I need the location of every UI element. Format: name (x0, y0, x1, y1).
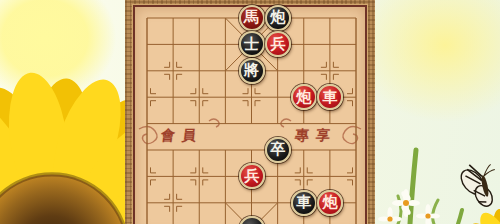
red-cannon[interactable]: 炮 (291, 84, 317, 110)
butterfly (455, 160, 500, 213)
river-watermark-left: 會員 (160, 127, 204, 145)
piece-character: 兵 (270, 36, 285, 51)
piece-character: 將 (244, 63, 259, 78)
unknown-black-piece-partial[interactable] (239, 216, 265, 224)
black-soldier[interactable]: 卒 (265, 137, 291, 163)
red-cannon[interactable]: 炮 (317, 190, 343, 216)
piece-character: 炮 (322, 195, 337, 210)
black-cannon[interactable]: 炮 (265, 5, 291, 31)
xiangqi-board[interactable]: 會員 專享 馬炮士兵將炮車卒兵車炮 (125, 0, 375, 224)
red-horse[interactable]: 馬 (239, 5, 265, 31)
red-chariot[interactable]: 車 (317, 84, 343, 110)
game-screen: 會員 專享 馬炮士兵將炮車卒兵車炮 (0, 0, 500, 224)
river-watermark-right: 專享 (294, 127, 338, 145)
piece-character: 馬 (244, 10, 259, 25)
black-chariot[interactable]: 車 (291, 190, 317, 216)
black-general[interactable]: 將 (239, 58, 265, 84)
red-soldier[interactable]: 兵 (239, 163, 265, 189)
piece-character: 士 (244, 36, 259, 51)
piece-character: 車 (322, 89, 337, 104)
black-advisor[interactable]: 士 (239, 31, 265, 57)
piece-character: 卒 (270, 142, 285, 157)
piece-character: 炮 (296, 89, 311, 104)
pieces-layer: 馬炮士兵將炮車卒兵車炮 (134, 5, 369, 224)
piece-character: 兵 (244, 168, 259, 183)
red-soldier[interactable]: 兵 (265, 31, 291, 57)
piece-character: 炮 (270, 10, 285, 25)
piece-character: 車 (296, 195, 311, 210)
